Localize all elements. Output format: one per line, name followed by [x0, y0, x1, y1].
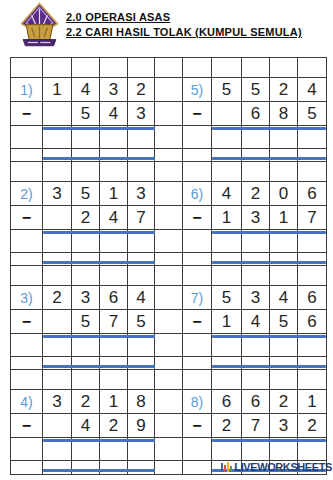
subtrahend-digit: 5	[270, 310, 298, 334]
grid-cell	[155, 149, 183, 162]
minuend-digit: 5	[212, 286, 242, 310]
subtrahend-digit: 3	[270, 414, 298, 438]
grid-cell	[128, 266, 155, 286]
minuend-digit: 2	[270, 390, 298, 414]
problem-number: 3)	[11, 286, 43, 310]
subtrahend-digit: 8	[270, 102, 298, 126]
grid-cell	[11, 370, 43, 390]
grid-cell	[242, 58, 270, 78]
subtrahend-digit: 2	[298, 414, 326, 438]
grid-cell	[298, 370, 326, 390]
grid-cell	[72, 58, 100, 78]
grid-cell	[72, 357, 100, 370]
minuend-digit: 3	[128, 182, 155, 206]
grid-cell	[242, 162, 270, 182]
grid-cell	[11, 162, 43, 182]
grid-cell	[43, 58, 72, 78]
grid-cell	[11, 461, 43, 474]
minus-sign: −	[11, 206, 43, 230]
grid-cell	[72, 266, 100, 286]
grid-cell	[11, 357, 43, 370]
grid-cell	[212, 357, 242, 370]
grid-cell	[183, 334, 212, 357]
grid-cell	[212, 149, 242, 162]
grid-cell	[242, 370, 270, 390]
grid-cell	[242, 253, 270, 266]
answer-input-line[interactable]	[212, 261, 326, 264]
grid-cell	[212, 58, 242, 78]
grid-cell	[155, 102, 183, 126]
minuend-digit: 1	[100, 182, 128, 206]
grid-cell	[43, 357, 72, 370]
minuend-digit: 4	[270, 286, 298, 310]
subtrahend-digit: 6	[242, 102, 270, 126]
grid-cell	[298, 253, 326, 266]
answer-input-line[interactable]	[43, 439, 155, 442]
worksheet-grid: 1)14325)5524−543−6852)35136)4206−247−131…	[10, 57, 327, 475]
subtrahend-digit: 7	[242, 414, 270, 438]
minuend-digit: 5	[242, 78, 270, 102]
grid-cell	[270, 58, 298, 78]
grid-cell	[128, 357, 155, 370]
grid-cell	[11, 334, 43, 357]
answer-input-line[interactable]	[43, 157, 155, 160]
grid-cell	[212, 253, 242, 266]
grid-cell	[155, 310, 183, 334]
grid-cell	[183, 370, 212, 390]
grid-cell	[183, 230, 212, 253]
grid-cell	[212, 266, 242, 286]
grid-cell	[100, 162, 128, 182]
minuend-digit: 4	[212, 182, 242, 206]
answer-input-line[interactable]	[212, 157, 326, 160]
subtrahend-digit: 3	[128, 102, 155, 126]
grid-cell	[128, 58, 155, 78]
subtrahend-digit: 4	[72, 414, 100, 438]
minuend-digit: 6	[298, 182, 326, 206]
minuend-digit: 2	[270, 78, 298, 102]
answer-input-line[interactable]	[43, 365, 155, 368]
grid-cell	[11, 149, 43, 162]
minuend-digit: 8	[128, 390, 155, 414]
grid-cell	[100, 357, 128, 370]
grid-cell	[242, 149, 270, 162]
grid-cell	[128, 253, 155, 266]
minus-sign: −	[183, 414, 212, 438]
grid-cell	[100, 370, 128, 390]
grid-cell	[72, 253, 100, 266]
minuend-digit: 5	[72, 182, 100, 206]
grid-cell	[11, 126, 43, 149]
grid-cell	[298, 162, 326, 182]
grid-cell	[43, 206, 72, 230]
minuend-digit: 1	[298, 390, 326, 414]
answer-input-line[interactable]	[212, 335, 326, 338]
grid-cell	[43, 102, 72, 126]
grid-cell	[270, 149, 298, 162]
grid-cell	[270, 357, 298, 370]
grid-cell	[100, 58, 128, 78]
grid-cell	[72, 162, 100, 182]
problem-number: 5)	[183, 78, 212, 102]
grid-cell	[155, 230, 183, 253]
answer-input-line[interactable]	[43, 127, 155, 130]
subtrahend-digit: 9	[128, 414, 155, 438]
grid-cell	[155, 414, 183, 438]
answer-input-line[interactable]	[212, 439, 326, 442]
subtrahend-digit: 4	[242, 310, 270, 334]
grid-cell	[155, 461, 183, 474]
minuend-digit: 2	[43, 286, 72, 310]
grid-cell	[11, 253, 43, 266]
problem-number: 2)	[11, 182, 43, 206]
minuend-digit: 6	[100, 286, 128, 310]
grid-cell	[183, 357, 212, 370]
grid-cell	[43, 266, 72, 286]
minuend-digit: 5	[212, 78, 242, 102]
grid-cell	[183, 438, 212, 461]
problem-number: 1)	[11, 78, 43, 102]
grid-cell	[11, 230, 43, 253]
grid-cell	[72, 149, 100, 162]
grid-cell	[43, 162, 72, 182]
grid-cell	[242, 357, 270, 370]
grid-cell	[43, 253, 72, 266]
minuend-digit: 6	[242, 390, 270, 414]
grid-cell	[155, 182, 183, 206]
grid-cell	[183, 266, 212, 286]
grid-cell	[183, 461, 212, 474]
grid-cell	[155, 206, 183, 230]
grid-cell	[155, 126, 183, 149]
grid-cell	[298, 357, 326, 370]
subtrahend-digit: 2	[212, 414, 242, 438]
grid-cell	[242, 266, 270, 286]
grid-cell	[43, 414, 72, 438]
subtrahend-digit: 4	[100, 102, 128, 126]
grid-cell	[11, 266, 43, 286]
worksheet-title-line2: 2.2 CARI HASIL TOLAK (KUMPUL SEMULA)	[66, 26, 302, 38]
minus-sign: −	[11, 414, 43, 438]
subtrahend-digit: 2	[72, 206, 100, 230]
answer-input-line[interactable]	[43, 231, 155, 234]
liveworksheets-watermark: LIVEWORKSHEETS	[221, 461, 332, 473]
subtrahend-digit: 1	[270, 206, 298, 230]
subtrahend-digit: 5	[72, 102, 100, 126]
grid-cell	[270, 162, 298, 182]
answer-input-line[interactable]	[43, 469, 155, 472]
grid-cell	[270, 253, 298, 266]
minuend-digit: 3	[242, 286, 270, 310]
subtrahend-digit: 4	[100, 206, 128, 230]
watermark-text: LIVEWORKSHEETS	[234, 461, 332, 473]
minus-sign: −	[183, 102, 212, 126]
subtrahend-digit: 7	[128, 206, 155, 230]
grid-cell	[155, 286, 183, 310]
answer-input-line[interactable]	[212, 365, 326, 368]
grid-cell	[128, 461, 155, 474]
subtrahend-digit: 1	[212, 206, 242, 230]
problem-number: 8)	[183, 390, 212, 414]
grid-cell	[183, 253, 212, 266]
minuend-digit: 4	[72, 78, 100, 102]
grid-cell	[298, 266, 326, 286]
grid-cell	[155, 438, 183, 461]
minuend-digit: 1	[100, 390, 128, 414]
grid-cell	[298, 149, 326, 162]
grid-cell	[155, 370, 183, 390]
grid-cell	[155, 266, 183, 286]
subtrahend-digit: 6	[298, 310, 326, 334]
grid-cell	[155, 253, 183, 266]
grid-cell	[11, 58, 43, 78]
grid-cell	[155, 357, 183, 370]
answer-input-line[interactable]	[43, 335, 155, 338]
answer-input-line[interactable]	[43, 261, 155, 264]
minuend-digit: 3	[43, 182, 72, 206]
grid-cell	[100, 266, 128, 286]
minuend-digit: 3	[72, 286, 100, 310]
subtrahend-digit: 7	[100, 310, 128, 334]
grid-cell	[11, 438, 43, 461]
minuend-digit: 6	[298, 286, 326, 310]
grid-cell	[100, 253, 128, 266]
grid-cell	[43, 310, 72, 334]
answer-input-line[interactable]	[212, 127, 326, 130]
grid-cell	[128, 370, 155, 390]
grid-cell	[183, 58, 212, 78]
grid-cell	[183, 126, 212, 149]
subtrahend-digit: 1	[212, 310, 242, 334]
minus-sign: −	[183, 310, 212, 334]
problem-number: 6)	[183, 182, 212, 206]
grid-cell	[100, 149, 128, 162]
minus-sign: −	[11, 310, 43, 334]
minuend-digit: 4	[128, 286, 155, 310]
grid-cell	[100, 461, 128, 474]
minuend-digit: 2	[128, 78, 155, 102]
grid-cell	[155, 334, 183, 357]
minuend-digit: 1	[43, 78, 72, 102]
grid-cell	[155, 162, 183, 182]
grid-cell	[43, 370, 72, 390]
minuend-digit: 6	[212, 390, 242, 414]
minuend-digit: 3	[43, 390, 72, 414]
subtrahend-digit: 5	[128, 310, 155, 334]
grid-cell	[183, 149, 212, 162]
problem-number: 4)	[11, 390, 43, 414]
grid-cell	[183, 162, 212, 182]
answer-input-line[interactable]	[212, 231, 326, 234]
subtrahend-digit: 5	[298, 102, 326, 126]
liveworksheets-icon	[221, 462, 233, 472]
minus-sign: −	[183, 206, 212, 230]
subtrahend-digit: 7	[298, 206, 326, 230]
school-logo	[16, 2, 63, 52]
grid-cell	[128, 149, 155, 162]
minuend-digit: 3	[100, 78, 128, 102]
grid-cell	[298, 58, 326, 78]
grid-cell	[212, 370, 242, 390]
grid-cell	[155, 58, 183, 78]
problem-number: 7)	[183, 286, 212, 310]
minuend-digit: 2	[242, 182, 270, 206]
subtrahend-digit: 3	[242, 206, 270, 230]
grid-cell	[270, 370, 298, 390]
minuend-digit: 4	[298, 78, 326, 102]
worksheet-page: 2.0 OPERASI ASAS 2.2 CARI HASIL TOLAK (K…	[0, 0, 333, 480]
grid-cell	[212, 102, 242, 126]
minuend-digit: 0	[270, 182, 298, 206]
grid-cell	[270, 266, 298, 286]
subtrahend-digit: 2	[100, 414, 128, 438]
minuend-digit: 2	[72, 390, 100, 414]
grid-cell	[72, 461, 100, 474]
grid-cell	[43, 461, 72, 474]
minus-sign: −	[11, 102, 43, 126]
worksheet-title-line1: 2.0 OPERASI ASAS	[66, 11, 170, 23]
grid-cell	[128, 162, 155, 182]
grid-cell	[155, 390, 183, 414]
subtrahend-digit: 5	[72, 310, 100, 334]
grid-cell	[155, 78, 183, 102]
grid-cell	[72, 370, 100, 390]
grid-cell	[212, 162, 242, 182]
grid-cell	[43, 149, 72, 162]
